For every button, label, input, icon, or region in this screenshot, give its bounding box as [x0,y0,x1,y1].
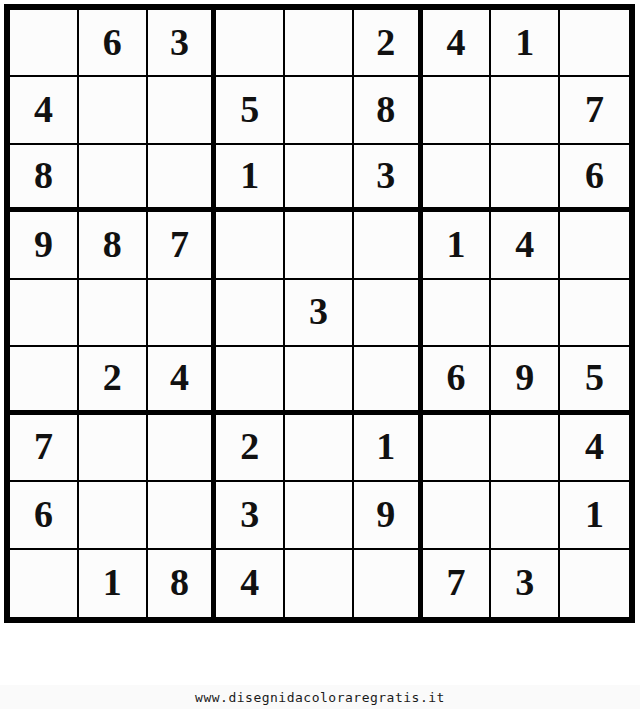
sudoku-cell-r7c6[interactable]: 1 [354,415,423,482]
sudoku-cell-r5c6[interactable] [354,280,423,347]
sudoku-cell-r9c2[interactable]: 1 [79,550,148,617]
sudoku-cell-r7c3[interactable] [148,415,217,482]
sudoku-cell-r4c6[interactable] [354,212,423,279]
sudoku-cell-r1c9[interactable] [560,10,629,77]
given-digit: 8 [170,563,189,601]
sudoku-cell-r8c5[interactable] [285,482,354,549]
sudoku-cell-r2c7[interactable] [423,77,492,144]
given-digit: 5 [240,90,259,128]
sudoku-cell-r5c1[interactable] [10,280,79,347]
sudoku-cell-r5c9[interactable] [560,280,629,347]
sudoku-cell-r5c4[interactable] [216,280,285,347]
given-digit: 1 [376,427,395,465]
sudoku-cell-r4c4[interactable] [216,212,285,279]
sudoku-cell-r1c1[interactable] [10,10,79,77]
sudoku-cell-r6c7[interactable]: 6 [423,347,492,414]
sudoku-cell-r2c4[interactable]: 5 [216,77,285,144]
given-digit: 8 [103,225,122,263]
sudoku-cell-r3c9[interactable]: 6 [560,145,629,212]
given-digit: 8 [34,156,53,194]
sudoku-cell-r6c5[interactable] [285,347,354,414]
sudoku-cell-r9c4[interactable]: 4 [216,550,285,617]
sudoku-cell-r8c4[interactable]: 3 [216,482,285,549]
sudoku-cell-r8c2[interactable] [79,482,148,549]
sudoku-cell-r5c8[interactable] [491,280,560,347]
sudoku-cell-r1c3[interactable]: 3 [148,10,217,77]
sudoku-cell-r5c7[interactable] [423,280,492,347]
sudoku-cell-r9c8[interactable]: 3 [491,550,560,617]
sudoku-cell-r7c7[interactable] [423,415,492,482]
given-digit: 9 [376,495,395,533]
sudoku-cell-r2c2[interactable] [79,77,148,144]
sudoku-cell-r4c9[interactable] [560,212,629,279]
watermark-band: www.disegnidacoloraregratis.it [0,685,640,709]
given-digit: 7 [170,225,189,263]
sudoku-cell-r3c2[interactable] [79,145,148,212]
given-digit: 8 [376,90,395,128]
sudoku-cell-r4c3[interactable]: 7 [148,212,217,279]
given-digit: 3 [376,156,395,194]
given-digit: 7 [34,427,53,465]
given-digit: 9 [515,358,534,396]
given-digit: 9 [34,225,53,263]
sudoku-cell-r8c6[interactable]: 9 [354,482,423,549]
given-digit: 1 [585,495,604,533]
sudoku-cell-r9c3[interactable]: 8 [148,550,217,617]
sudoku-cell-r3c4[interactable]: 1 [216,145,285,212]
given-digit: 1 [515,23,534,61]
sudoku-cell-r7c2[interactable] [79,415,148,482]
given-digit: 3 [170,23,189,61]
sudoku-cell-r8c7[interactable] [423,482,492,549]
sudoku-cell-r3c1[interactable]: 8 [10,145,79,212]
sudoku-cell-r4c5[interactable] [285,212,354,279]
sudoku-cell-r5c2[interactable] [79,280,148,347]
sudoku-cell-r7c1[interactable]: 7 [10,415,79,482]
sudoku-cell-r6c8[interactable]: 9 [491,347,560,414]
sudoku-cell-r9c9[interactable] [560,550,629,617]
sudoku-cell-r8c9[interactable]: 1 [560,482,629,549]
sudoku-cell-r3c5[interactable] [285,145,354,212]
sudoku-cell-r2c1[interactable]: 4 [10,77,79,144]
sudoku-cell-r2c9[interactable]: 7 [560,77,629,144]
given-digit: 3 [309,292,328,330]
given-digit: 1 [103,563,122,601]
sudoku-cell-r2c5[interactable] [285,77,354,144]
given-digit: 1 [447,225,466,263]
given-digit: 6 [34,495,53,533]
sudoku-cell-r4c7[interactable]: 1 [423,212,492,279]
given-digit: 6 [103,23,122,61]
sudoku-cell-r4c2[interactable]: 8 [79,212,148,279]
sudoku-cell-r1c8[interactable]: 1 [491,10,560,77]
sudoku-cell-r6c9[interactable]: 5 [560,347,629,414]
sudoku-cell-r5c5[interactable]: 3 [285,280,354,347]
sudoku-cell-r3c6[interactable]: 3 [354,145,423,212]
sudoku-cell-r3c8[interactable] [491,145,560,212]
sudoku-cell-r6c1[interactable] [10,347,79,414]
given-digit: 4 [240,563,259,601]
sudoku-cell-r4c1[interactable]: 9 [10,212,79,279]
sudoku-cell-r4c8[interactable]: 4 [491,212,560,279]
given-digit: 6 [447,358,466,396]
sudoku-cell-r1c6[interactable]: 2 [354,10,423,77]
sudoku-cell-r1c5[interactable] [285,10,354,77]
given-digit: 4 [34,90,53,128]
sudoku-cell-r6c4[interactable] [216,347,285,414]
sudoku-cell-r9c5[interactable] [285,550,354,617]
given-digit: 4 [585,427,604,465]
given-digit: 3 [515,563,534,601]
sudoku-cell-r3c3[interactable] [148,145,217,212]
sudoku-cell-r2c8[interactable] [491,77,560,144]
sudoku-cell-r5c3[interactable] [148,280,217,347]
sudoku-cell-r2c3[interactable] [148,77,217,144]
given-digit: 2 [376,23,395,61]
sudoku-cell-r6c3[interactable]: 4 [148,347,217,414]
sudoku-cell-r8c3[interactable] [148,482,217,549]
sudoku-cell-r8c8[interactable] [491,482,560,549]
sudoku-cell-r1c4[interactable] [216,10,285,77]
sudoku-cell-r2c6[interactable]: 8 [354,77,423,144]
sudoku-cell-r3c7[interactable] [423,145,492,212]
sudoku-cell-r7c5[interactable] [285,415,354,482]
given-digit: 4 [447,23,466,61]
sudoku-cell-r6c6[interactable] [354,347,423,414]
given-digit: 3 [240,495,259,533]
sudoku-cell-r9c6[interactable] [354,550,423,617]
sudoku-cell-r1c2[interactable]: 6 [79,10,148,77]
given-digit: 6 [585,156,604,194]
sudoku-cell-r6c2[interactable]: 2 [79,347,148,414]
sudoku-cell-r8c1[interactable]: 6 [10,482,79,549]
given-digit: 2 [103,358,122,396]
sudoku-cell-r9c1[interactable] [10,550,79,617]
given-digit: 2 [240,427,259,465]
sudoku-cell-r7c4[interactable]: 2 [216,415,285,482]
sudoku-cell-r7c9[interactable]: 4 [560,415,629,482]
sudoku-board: 6324145878136987143246957214639118473 [4,4,635,623]
given-digit: 7 [447,563,466,601]
given-digit: 4 [515,225,534,263]
watermark-url: www.disegnidacoloraregratis.it [195,690,445,705]
sudoku-cell-r7c8[interactable] [491,415,560,482]
given-digit: 1 [240,156,259,194]
sudoku-cell-r9c7[interactable]: 7 [423,550,492,617]
given-digit: 5 [585,358,604,396]
given-digit: 7 [585,90,604,128]
given-digit: 4 [170,358,189,396]
sudoku-cell-r1c7[interactable]: 4 [423,10,492,77]
